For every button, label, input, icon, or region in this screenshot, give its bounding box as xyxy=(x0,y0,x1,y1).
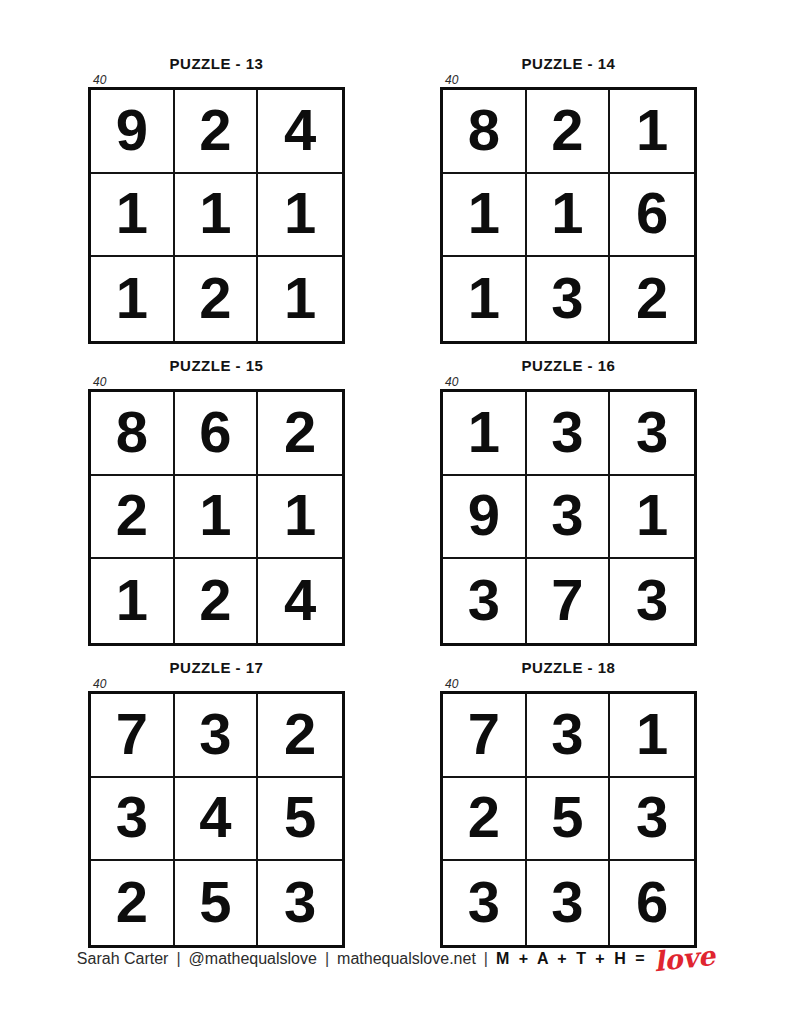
footer-separator: | xyxy=(484,950,488,967)
grid-cell: 3 xyxy=(443,861,527,945)
corner-label: 40 xyxy=(440,376,697,389)
grid-cell: 2 xyxy=(258,392,342,476)
grid-cell: 3 xyxy=(610,559,694,643)
grid-cell: 3 xyxy=(527,861,611,945)
grid-cell: 3 xyxy=(527,476,611,560)
grid-cell: 2 xyxy=(91,476,175,560)
grid-cell: 4 xyxy=(258,90,342,174)
footer-handle: @mathequalslove xyxy=(189,950,317,967)
grid-cell: 6 xyxy=(175,392,259,476)
grid-cell: 3 xyxy=(610,392,694,476)
grid-cell: 1 xyxy=(91,559,175,643)
grid-cell: 1 xyxy=(610,90,694,174)
grid-cell: 1 xyxy=(175,174,259,258)
grid-cell: 3 xyxy=(175,694,259,778)
grid-cell: 8 xyxy=(443,90,527,174)
puzzle-15: PUZZLE - 15 40 8 6 2 2 1 1 1 2 4 xyxy=(88,356,345,646)
grid-cell: 1 xyxy=(443,174,527,258)
puzzle-grid-area: PUZZLE - 13 40 9 2 4 1 1 1 1 2 1 PUZZLE … xyxy=(0,0,792,948)
puzzle-title: PUZZLE - 17 xyxy=(88,658,345,678)
puzzle-board: 8 6 2 2 1 1 1 2 4 xyxy=(88,389,345,646)
footer-website: mathequalslove.net xyxy=(337,950,476,967)
grid-cell: 2 xyxy=(91,861,175,945)
puzzle-worksheet: PUZZLE - 13 40 9 2 4 1 1 1 1 2 1 PUZZLE … xyxy=(0,0,792,1024)
footer-separator: | xyxy=(325,950,329,967)
puzzle-14: PUZZLE - 14 40 8 2 1 1 1 6 1 3 2 xyxy=(440,54,697,344)
grid-cell: 9 xyxy=(91,90,175,174)
grid-cell: 3 xyxy=(610,778,694,862)
footer-credit: Sarah Carter|@mathequalslove|mathequalsl… xyxy=(0,950,792,968)
footer-brand-equation: M + A + T + H = xyxy=(496,950,647,967)
grid-cell: 1 xyxy=(443,257,527,341)
grid-cell: 1 xyxy=(91,174,175,258)
grid-cell: 3 xyxy=(527,392,611,476)
grid-cell: 2 xyxy=(258,694,342,778)
puzzle-17: PUZZLE - 17 40 7 3 2 3 4 5 2 5 3 xyxy=(88,658,345,948)
grid-cell: 4 xyxy=(175,778,259,862)
puzzle-board: 7 3 1 2 5 3 3 3 6 xyxy=(440,691,697,948)
grid-cell: 2 xyxy=(175,90,259,174)
footer-author: Sarah Carter xyxy=(77,950,169,967)
grid-cell: 1 xyxy=(527,174,611,258)
puzzle-board: 1 3 3 9 3 1 3 7 3 xyxy=(440,389,697,646)
puzzle-title: PUZZLE - 15 xyxy=(88,356,345,376)
puzzle-board: 8 2 1 1 1 6 1 3 2 xyxy=(440,87,697,344)
grid-cell: 5 xyxy=(175,861,259,945)
corner-label: 40 xyxy=(440,74,697,87)
puzzle-board: 7 3 2 3 4 5 2 5 3 xyxy=(88,691,345,948)
puzzle-title: PUZZLE - 18 xyxy=(440,658,697,678)
grid-cell: 6 xyxy=(610,174,694,258)
grid-cell: 1 xyxy=(258,174,342,258)
grid-cell: 3 xyxy=(91,778,175,862)
grid-cell: 3 xyxy=(443,559,527,643)
grid-cell: 1 xyxy=(258,257,342,341)
grid-cell: 1 xyxy=(610,694,694,778)
grid-cell: 2 xyxy=(175,559,259,643)
grid-cell: 1 xyxy=(175,476,259,560)
grid-cell: 3 xyxy=(258,861,342,945)
grid-cell: 2 xyxy=(175,257,259,341)
puzzle-title: PUZZLE - 14 xyxy=(440,54,697,74)
puzzle-16: PUZZLE - 16 40 1 3 3 9 3 1 3 7 3 xyxy=(440,356,697,646)
grid-cell: 8 xyxy=(91,392,175,476)
grid-cell: 2 xyxy=(443,778,527,862)
puzzle-board: 9 2 4 1 1 1 1 2 1 xyxy=(88,87,345,344)
corner-label: 40 xyxy=(88,678,345,691)
corner-label: 40 xyxy=(88,376,345,389)
grid-cell: 7 xyxy=(91,694,175,778)
grid-cell: 1 xyxy=(91,257,175,341)
corner-label: 40 xyxy=(88,74,345,87)
grid-cell: 1 xyxy=(258,476,342,560)
grid-cell: 2 xyxy=(610,257,694,341)
grid-cell: 6 xyxy=(610,861,694,945)
grid-cell: 3 xyxy=(527,694,611,778)
corner-label: 40 xyxy=(440,678,697,691)
puzzle-13: PUZZLE - 13 40 9 2 4 1 1 1 1 2 1 xyxy=(88,54,345,344)
grid-cell: 3 xyxy=(527,257,611,341)
puzzle-title: PUZZLE - 13 xyxy=(88,54,345,74)
footer-separator: | xyxy=(176,950,180,967)
grid-cell: 7 xyxy=(443,694,527,778)
grid-cell: 7 xyxy=(527,559,611,643)
grid-cell: 1 xyxy=(443,392,527,476)
grid-cell: 4 xyxy=(258,559,342,643)
grid-cell: 5 xyxy=(258,778,342,862)
puzzle-18: PUZZLE - 18 40 7 3 1 2 5 3 3 3 6 xyxy=(440,658,697,948)
grid-cell: 9 xyxy=(443,476,527,560)
grid-cell: 5 xyxy=(527,778,611,862)
grid-cell: 1 xyxy=(610,476,694,560)
grid-cell: 2 xyxy=(527,90,611,174)
footer-brand-love-script: love xyxy=(654,956,715,962)
puzzle-title: PUZZLE - 16 xyxy=(440,356,697,376)
